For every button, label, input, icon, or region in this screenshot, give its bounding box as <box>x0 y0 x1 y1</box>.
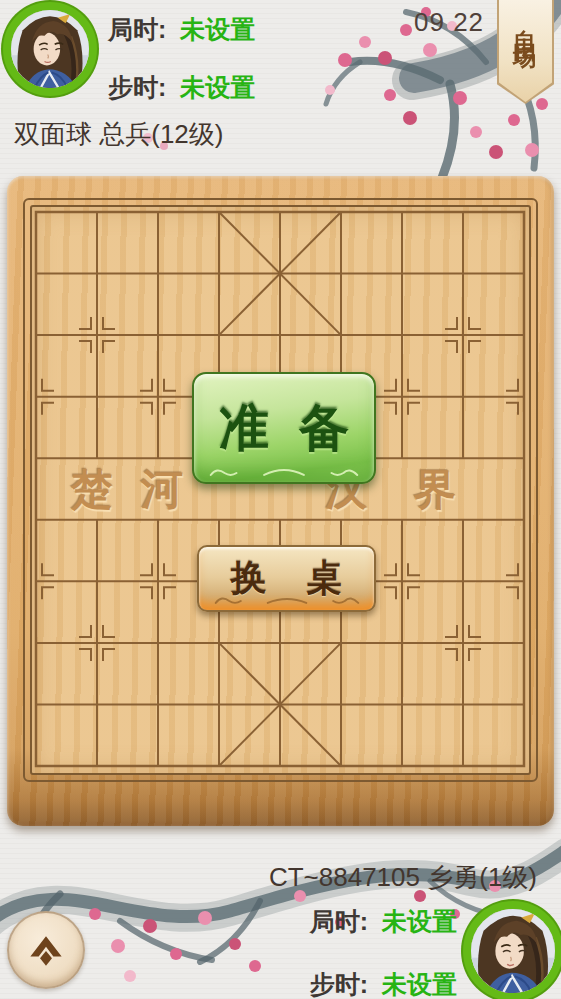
status-clock: 09 22 <box>414 7 484 38</box>
game-time-label: 局时: <box>108 13 166 46</box>
room-banner-face: 自由场 <box>499 0 552 102</box>
change-table-button[interactable]: 换桌 <box>197 545 376 612</box>
move-time-value: 未设置 <box>382 968 457 999</box>
top-player-name: 双面球 总兵(12级) <box>14 117 223 152</box>
room-banner: 自由场 <box>497 0 554 104</box>
river-label-left: 楚河 <box>71 462 211 518</box>
chevron-up-icon <box>23 927 69 973</box>
xiangqi-board: 楚河 汉界 <box>7 176 554 826</box>
ready-button-label: 准备 <box>219 395 379 462</box>
top-player-avatar[interactable] <box>3 2 97 96</box>
game-time-value: 未设置 <box>382 905 457 938</box>
bottom-player-name: CT~8847105 乡勇(1级) <box>269 860 537 895</box>
game-time-label: 局时: <box>310 905 368 938</box>
move-time-label: 步时: <box>310 968 368 999</box>
room-banner-label: 自由场 <box>510 10 541 102</box>
flourish-ornament <box>205 465 363 479</box>
top-player-move-time-row: 步时: 未设置 <box>108 71 255 104</box>
move-time-value: 未设置 <box>180 71 255 104</box>
move-time-label: 步时: <box>108 71 166 104</box>
game-time-value: 未设置 <box>180 13 255 46</box>
ready-button[interactable]: 准备 <box>192 372 376 484</box>
bottom-player-avatar[interactable] <box>463 901 561 999</box>
flourish-ornament <box>210 593 364 607</box>
top-player-game-time-row: 局时: 未设置 <box>108 13 255 46</box>
collapse-panel-button[interactable] <box>7 911 85 989</box>
xiangqi-game-screen: 局时: 未设置 步时: 未设置 双面球 总兵(12级) 09 22 自由场 楚河… <box>0 0 561 999</box>
bottom-player-move-time-row: 步时: 未设置 <box>310 968 457 999</box>
bottom-player-game-time-row: 局时: 未设置 <box>310 905 457 938</box>
